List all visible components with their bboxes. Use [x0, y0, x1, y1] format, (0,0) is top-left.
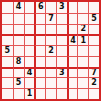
sudoku-cell-given: 5 — [13, 77, 24, 88]
sudoku-cell-empty[interactable] — [2, 2, 13, 13]
sudoku-cell-empty[interactable] — [77, 13, 88, 24]
sudoku-cell-empty[interactable] — [34, 56, 45, 67]
sudoku-cell-empty[interactable] — [13, 13, 24, 24]
sudoku-cell-empty[interactable] — [88, 34, 99, 45]
sudoku-cell-empty[interactable] — [34, 34, 45, 45]
sudoku-cell-given: 5 — [88, 13, 99, 24]
sudoku-cell-empty[interactable] — [88, 2, 99, 13]
sudoku-cell-empty[interactable] — [45, 24, 56, 35]
sudoku-cell-empty[interactable] — [67, 45, 78, 56]
sudoku-cell-given: 1 — [24, 88, 35, 99]
sudoku-cell-empty[interactable] — [2, 67, 13, 78]
sudoku-cell-empty[interactable] — [88, 45, 99, 56]
sudoku-cell-empty[interactable] — [56, 13, 67, 24]
sudoku-cell-empty[interactable] — [2, 88, 13, 99]
sudoku-cell-given: 3 — [56, 67, 67, 78]
sudoku-cell-given: 5 — [2, 45, 13, 56]
sudoku-cell-empty[interactable] — [77, 45, 88, 56]
sudoku-cell-given: 2 — [45, 45, 56, 56]
sudoku-cell-empty[interactable] — [88, 56, 99, 67]
sudoku-cell-empty[interactable] — [2, 77, 13, 88]
sudoku-cell-empty[interactable] — [13, 88, 24, 99]
sudoku-cell-empty[interactable] — [67, 77, 78, 88]
sudoku-cell-empty[interactable] — [13, 67, 24, 78]
sudoku-cell-empty[interactable] — [88, 24, 99, 35]
sudoku-cell-given: 4 — [24, 67, 35, 78]
sudoku-cell-given: 6 — [34, 2, 45, 13]
sudoku-cell-empty[interactable] — [34, 77, 45, 88]
sudoku-cell-empty[interactable] — [45, 56, 56, 67]
sudoku-board: 46375241528437521 — [0, 0, 101, 101]
sudoku-cell-empty[interactable] — [67, 24, 78, 35]
sudoku-cell-empty[interactable] — [67, 67, 78, 78]
sudoku-cell-empty[interactable] — [67, 2, 78, 13]
sudoku-cell-empty[interactable] — [56, 56, 67, 67]
sudoku-cell-empty[interactable] — [56, 88, 67, 99]
sudoku-cell-empty[interactable] — [45, 67, 56, 78]
sudoku-cell-empty[interactable] — [56, 77, 67, 88]
sudoku-cell-given: 7 — [45, 13, 56, 24]
sudoku-cell-empty[interactable] — [24, 56, 35, 67]
sudoku-cell-given: 2 — [88, 77, 99, 88]
sudoku-cell-empty[interactable] — [34, 24, 45, 35]
sudoku-cell-empty[interactable] — [56, 34, 67, 45]
sudoku-cell-empty[interactable] — [13, 45, 24, 56]
sudoku-cell-empty[interactable] — [2, 34, 13, 45]
sudoku-cell-empty[interactable] — [34, 45, 45, 56]
sudoku-cell-empty[interactable] — [13, 34, 24, 45]
sudoku-cell-empty[interactable] — [45, 2, 56, 13]
sudoku-cell-empty[interactable] — [2, 56, 13, 67]
sudoku-cell-empty[interactable] — [13, 24, 24, 35]
sudoku-cell-empty[interactable] — [24, 45, 35, 56]
sudoku-cell-empty[interactable] — [45, 77, 56, 88]
sudoku-cell-empty[interactable] — [77, 88, 88, 99]
sudoku-cell-given: 4 — [13, 2, 24, 13]
sudoku-cell-empty[interactable] — [67, 88, 78, 99]
sudoku-cell-empty[interactable] — [77, 2, 88, 13]
sudoku-cell-empty[interactable] — [67, 13, 78, 24]
sudoku-cell-given: 7 — [88, 67, 99, 78]
sudoku-cell-given — [88, 88, 99, 99]
sudoku-cell-empty[interactable] — [24, 2, 35, 13]
sudoku-cell-empty[interactable] — [56, 45, 67, 56]
sudoku-cell-empty[interactable] — [45, 88, 56, 99]
sudoku-cell-empty[interactable] — [34, 67, 45, 78]
sudoku-cell-empty[interactable] — [24, 77, 35, 88]
sudoku-cell-empty[interactable] — [24, 24, 35, 35]
sudoku-cell-empty[interactable] — [77, 56, 88, 67]
sudoku-cell-empty[interactable] — [77, 77, 88, 88]
sudoku-cell-given: 4 — [67, 34, 78, 45]
sudoku-cell-given: 8 — [13, 56, 24, 67]
sudoku-cell-empty[interactable] — [24, 13, 35, 24]
sudoku-cell-empty[interactable] — [45, 34, 56, 45]
sudoku-cell-given: 3 — [56, 2, 67, 13]
sudoku-cell-empty[interactable] — [24, 34, 35, 45]
sudoku-cell-empty[interactable] — [56, 24, 67, 35]
sudoku-cell-empty[interactable] — [34, 13, 45, 24]
sudoku-cell-empty[interactable] — [2, 13, 13, 24]
sudoku-cell-empty[interactable] — [2, 24, 13, 35]
sudoku-cell-given: 2 — [77, 24, 88, 35]
sudoku-cell-empty[interactable] — [77, 67, 88, 78]
sudoku-cell-given: 1 — [77, 34, 88, 45]
sudoku-cell-empty[interactable] — [67, 56, 78, 67]
sudoku-cell-empty[interactable] — [34, 88, 45, 99]
